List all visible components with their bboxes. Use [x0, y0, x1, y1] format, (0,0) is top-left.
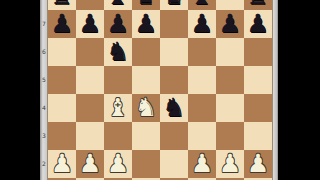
chess-board: ♜♝♛♚♝♜♟♟♟♟♟♟♟♞♝♞♞♟♟♟♟♟♟♜♞♝♛♚♜ [48, 0, 272, 180]
rank-label-7: 7 [40, 20, 48, 28]
black-pawn[interactable]: ♟ [132, 10, 160, 38]
square-a7[interactable]: ♟ [48, 10, 76, 38]
square-e5[interactable] [160, 66, 188, 94]
white-pawn[interactable]: ♟ [188, 150, 216, 178]
square-c3[interactable] [104, 122, 132, 150]
square-h2[interactable]: ♟ [244, 150, 272, 178]
square-g3[interactable] [216, 122, 244, 150]
square-e4[interactable]: ♞ [160, 94, 188, 122]
white-bishop[interactable]: ♝ [104, 178, 132, 180]
square-d3[interactable] [132, 122, 160, 150]
square-b4[interactable] [76, 94, 104, 122]
square-d4[interactable]: ♞ [132, 94, 160, 122]
square-g5[interactable] [216, 66, 244, 94]
letterbox-left [0, 0, 40, 180]
board-frame-right [272, 0, 278, 180]
square-f5[interactable] [188, 66, 216, 94]
square-h1[interactable]: ♜ [244, 178, 272, 180]
white-pawn[interactable]: ♟ [244, 150, 272, 178]
square-h6[interactable] [244, 38, 272, 66]
square-f3[interactable] [188, 122, 216, 150]
square-g6[interactable] [216, 38, 244, 66]
square-b2[interactable]: ♟ [76, 150, 104, 178]
black-king[interactable]: ♚ [160, 0, 188, 10]
square-b5[interactable] [76, 66, 104, 94]
square-g1[interactable] [216, 178, 244, 180]
white-bishop[interactable]: ♝ [104, 94, 132, 122]
square-e2[interactable] [160, 150, 188, 178]
square-d1[interactable]: ♛ [132, 178, 160, 180]
square-c5[interactable] [104, 66, 132, 94]
white-knight[interactable]: ♞ [132, 94, 160, 122]
white-king[interactable]: ♚ [160, 178, 188, 180]
black-pawn[interactable]: ♟ [76, 10, 104, 38]
square-h7[interactable]: ♟ [244, 10, 272, 38]
black-pawn[interactable]: ♟ [188, 10, 216, 38]
rank-label-2: 2 [40, 160, 48, 168]
square-a5[interactable] [48, 66, 76, 94]
black-pawn[interactable]: ♟ [216, 10, 244, 38]
square-d6[interactable] [132, 38, 160, 66]
black-pawn[interactable]: ♟ [48, 10, 76, 38]
square-e6[interactable] [160, 38, 188, 66]
square-b7[interactable]: ♟ [76, 10, 104, 38]
board-frame-left: 87654321 [40, 0, 48, 180]
square-g7[interactable]: ♟ [216, 10, 244, 38]
square-c4[interactable]: ♝ [104, 94, 132, 122]
white-pawn[interactable]: ♟ [76, 150, 104, 178]
rank-label-5: 5 [40, 76, 48, 84]
square-a4[interactable] [48, 94, 76, 122]
square-b3[interactable] [76, 122, 104, 150]
square-f6[interactable] [188, 38, 216, 66]
square-c1[interactable]: ♝ [104, 178, 132, 180]
square-g2[interactable]: ♟ [216, 150, 244, 178]
square-d5[interactable] [132, 66, 160, 94]
square-f2[interactable]: ♟ [188, 150, 216, 178]
chess-app-window: ♜♝♛♚♝♜♟♟♟♟♟♟♟♞♝♞♞♟♟♟♟♟♟♜♞♝♛♚♜ 87654321 [0, 0, 320, 180]
rank-label-3: 3 [40, 132, 48, 140]
rank-label-4: 4 [40, 104, 48, 112]
square-h3[interactable] [244, 122, 272, 150]
black-knight[interactable]: ♞ [104, 38, 132, 66]
square-c2[interactable]: ♟ [104, 150, 132, 178]
square-a1[interactable]: ♜ [48, 178, 76, 180]
square-e8[interactable]: ♚ [160, 0, 188, 10]
square-c6[interactable]: ♞ [104, 38, 132, 66]
square-c7[interactable]: ♟ [104, 10, 132, 38]
black-knight[interactable]: ♞ [160, 94, 188, 122]
black-pawn[interactable]: ♟ [104, 10, 132, 38]
letterbox-right [278, 0, 320, 180]
square-b6[interactable] [76, 38, 104, 66]
black-pawn[interactable]: ♟ [244, 10, 272, 38]
square-h5[interactable] [244, 66, 272, 94]
square-d2[interactable] [132, 150, 160, 178]
square-f4[interactable] [188, 94, 216, 122]
square-e1[interactable]: ♚ [160, 178, 188, 180]
square-h4[interactable] [244, 94, 272, 122]
rank-label-6: 6 [40, 48, 48, 56]
square-a6[interactable] [48, 38, 76, 66]
square-a3[interactable] [48, 122, 76, 150]
white-rook[interactable]: ♜ [244, 178, 272, 180]
white-rook[interactable]: ♜ [48, 178, 76, 180]
white-pawn[interactable]: ♟ [216, 150, 244, 178]
square-f1[interactable] [188, 178, 216, 180]
square-e7[interactable] [160, 10, 188, 38]
white-pawn[interactable]: ♟ [104, 150, 132, 178]
white-queen[interactable]: ♛ [132, 178, 160, 180]
square-e3[interactable] [160, 122, 188, 150]
white-pawn[interactable]: ♟ [48, 150, 76, 178]
square-b1[interactable]: ♞ [76, 178, 104, 180]
square-a2[interactable]: ♟ [48, 150, 76, 178]
square-d7[interactable]: ♟ [132, 10, 160, 38]
white-knight[interactable]: ♞ [76, 178, 104, 180]
square-g4[interactable] [216, 94, 244, 122]
square-f7[interactable]: ♟ [188, 10, 216, 38]
